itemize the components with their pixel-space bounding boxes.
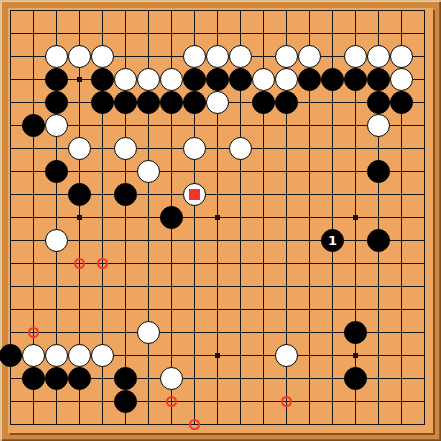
white-stone xyxy=(229,137,252,160)
black-stone xyxy=(45,367,68,390)
black-stone xyxy=(45,68,68,91)
black-stone xyxy=(344,68,367,91)
star-point xyxy=(353,215,358,220)
white-stone xyxy=(45,344,68,367)
circle-marker xyxy=(189,419,200,430)
circle-marker xyxy=(97,258,108,269)
white-stone xyxy=(160,367,183,390)
goban-grid: 1 xyxy=(10,10,425,425)
white-stone xyxy=(114,68,137,91)
star-point xyxy=(215,353,220,358)
black-stone xyxy=(229,68,252,91)
black-stone xyxy=(390,91,413,114)
black-stone xyxy=(183,68,206,91)
star-point xyxy=(77,215,82,220)
white-stone xyxy=(137,160,160,183)
black-stone xyxy=(298,68,321,91)
black-stone xyxy=(0,344,22,367)
black-stone xyxy=(91,91,114,114)
white-stone xyxy=(45,229,68,252)
white-stone xyxy=(367,114,390,137)
white-stone xyxy=(206,45,229,68)
white-stone xyxy=(137,321,160,344)
go-diagram: 1 xyxy=(0,0,441,441)
circle-marker xyxy=(74,258,85,269)
black-stone xyxy=(91,68,114,91)
white-stone xyxy=(160,68,183,91)
star-point xyxy=(77,77,82,82)
white-stone xyxy=(68,45,91,68)
black-stone xyxy=(367,160,390,183)
black-stone xyxy=(160,91,183,114)
black-stone xyxy=(367,229,390,252)
white-stone xyxy=(183,45,206,68)
circle-marker xyxy=(166,396,177,407)
white-stone xyxy=(367,45,390,68)
white-stone xyxy=(206,91,229,114)
star-point xyxy=(353,353,358,358)
move-number-label: 1 xyxy=(321,229,344,252)
white-stone xyxy=(275,68,298,91)
white-stone xyxy=(275,344,298,367)
white-stone xyxy=(137,68,160,91)
white-stone xyxy=(91,45,114,68)
white-stone xyxy=(91,344,114,367)
black-stone xyxy=(45,91,68,114)
white-stone xyxy=(22,344,45,367)
white-stone xyxy=(390,68,413,91)
black-stone xyxy=(22,114,45,137)
black-stone xyxy=(22,367,45,390)
black-stone xyxy=(160,206,183,229)
black-stone xyxy=(344,367,367,390)
white-stone xyxy=(45,45,68,68)
goban-frame: 1 xyxy=(0,0,441,441)
circle-marker xyxy=(28,327,39,338)
black-stone xyxy=(68,183,91,206)
white-stone xyxy=(183,137,206,160)
goban-field: 1 xyxy=(8,8,433,433)
black-stone xyxy=(114,91,137,114)
black-stone xyxy=(68,367,91,390)
white-stone xyxy=(45,114,68,137)
black-stone xyxy=(137,91,160,114)
black-stone xyxy=(367,68,390,91)
white-stone xyxy=(68,344,91,367)
white-stone xyxy=(390,45,413,68)
white-stone xyxy=(114,137,137,160)
black-stone xyxy=(252,91,275,114)
white-stone xyxy=(252,68,275,91)
black-stone xyxy=(367,91,390,114)
white-stone xyxy=(275,45,298,68)
white-stone xyxy=(229,45,252,68)
black-stone xyxy=(321,68,344,91)
square-marker xyxy=(189,189,200,200)
white-stone xyxy=(344,45,367,68)
black-stone xyxy=(206,68,229,91)
black-stone xyxy=(183,91,206,114)
white-stone xyxy=(68,137,91,160)
black-stone xyxy=(114,367,137,390)
black-stone xyxy=(114,183,137,206)
circle-marker xyxy=(281,396,292,407)
black-stone xyxy=(275,91,298,114)
white-stone xyxy=(298,45,321,68)
black-stone xyxy=(114,390,137,413)
star-point xyxy=(215,215,220,220)
black-stone xyxy=(344,321,367,344)
black-stone xyxy=(45,160,68,183)
